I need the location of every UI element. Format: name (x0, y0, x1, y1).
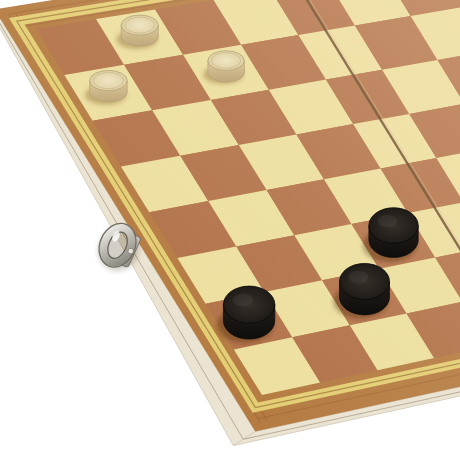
board-photo-svg (0, 0, 460, 460)
board-photo (0, 0, 460, 460)
piece-top-sheen (232, 294, 253, 307)
piece-top-sheen (348, 271, 368, 284)
piece-top-sheen (378, 215, 398, 227)
piece-top (90, 70, 128, 90)
piece-top (208, 51, 244, 71)
piece-top (121, 15, 158, 35)
